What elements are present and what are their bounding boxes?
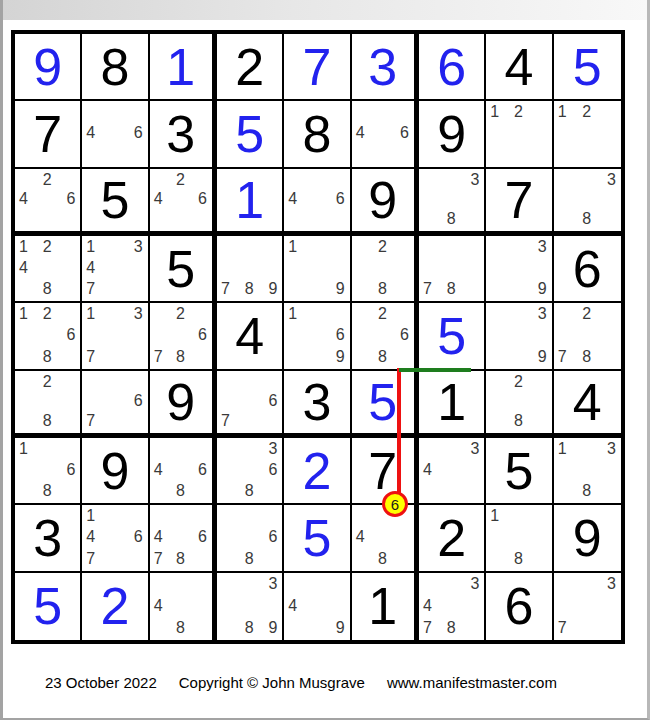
cell-r9c5[interactable]: 49 <box>284 573 351 640</box>
pencil-mark-2: 2 <box>43 374 52 390</box>
pencil-mark-8: 8 <box>245 551 254 567</box>
pencil-marks: 28 <box>19 374 75 429</box>
pencil-marks: 28 <box>356 239 409 297</box>
circled-candidate-digit: 6 <box>391 496 399 513</box>
cell-r9c2[interactable]: 2 <box>82 573 149 640</box>
pencil-mark-6: 6 <box>268 529 277 545</box>
digit: 7 <box>368 445 397 497</box>
pencil-marks: 34 <box>423 441 479 499</box>
pencil-mark-9: 9 <box>336 281 345 297</box>
pencil-marks: 137 <box>86 306 142 364</box>
cell-r5c7[interactable]: 5 <box>419 303 486 370</box>
cell-r4c5[interactable]: 19 <box>284 236 351 303</box>
caption-copyright: Copyright © John Musgrave <box>179 674 365 691</box>
pencil-mark-2: 2 <box>514 374 523 390</box>
pencil-mark-8: 8 <box>245 620 254 636</box>
cell-r8c2[interactable]: 1467 <box>82 505 149 572</box>
cell-r2c8[interactable]: 12 <box>486 101 553 168</box>
pencil-mark-6: 6 <box>66 191 75 207</box>
pencil-mark-1: 1 <box>558 441 567 457</box>
pencil-mark-2: 2 <box>378 239 387 255</box>
pencil-mark-1: 1 <box>490 508 499 524</box>
cell-r4c9[interactable]: 6 <box>554 236 621 303</box>
cell-r2c7[interactable]: 9 <box>419 101 486 168</box>
digit: 5 <box>166 243 195 295</box>
digit: 1 <box>368 580 397 632</box>
pencil-marks: 46 <box>356 104 409 162</box>
pencil-marks: 246 <box>19 172 75 227</box>
digit: 3 <box>166 108 195 160</box>
pencil-mark-4: 4 <box>86 529 95 545</box>
digit: 2 <box>101 580 130 632</box>
cell-r5c5[interactable]: 169 <box>284 303 351 370</box>
pencil-mark-3: 3 <box>470 441 479 457</box>
pencil-mark-2: 2 <box>43 239 52 255</box>
digit: 6 <box>437 41 466 93</box>
digit: 8 <box>303 108 332 160</box>
cell-r7c8[interactable]: 5 <box>486 438 553 505</box>
cell-r3c5[interactable]: 46 <box>284 169 351 236</box>
pencil-mark-9: 9 <box>268 620 277 636</box>
pencil-marks: 1248 <box>19 239 75 297</box>
pencil-marks: 39 <box>490 306 546 364</box>
pencil-mark-7: 7 <box>558 349 567 365</box>
caption-website[interactable]: www.manifestmaster.com <box>387 674 557 691</box>
cell-r1c2[interactable]: 8 <box>82 34 149 101</box>
digit: 5 <box>368 376 397 428</box>
cell-r8c4[interactable]: 68 <box>217 505 284 572</box>
pencil-marks: 38 <box>423 172 479 227</box>
cell-r4c3[interactable]: 5 <box>150 236 217 303</box>
cell-r8c1[interactable]: 3 <box>15 505 82 572</box>
cell-r2c5[interactable]: 8 <box>284 101 351 168</box>
pencil-mark-4: 4 <box>86 260 95 276</box>
cell-r4c2[interactable]: 1347 <box>82 236 149 303</box>
pencil-mark-8: 8 <box>514 551 523 567</box>
pencil-marks: 38 <box>558 172 616 227</box>
cell-r2c6[interactable]: 46 <box>352 101 419 168</box>
pencil-marks: 268 <box>356 306 409 364</box>
pencil-mark-6: 6 <box>268 393 277 409</box>
cell-r1c9[interactable]: 5 <box>554 34 621 101</box>
digit: 5 <box>101 174 130 226</box>
cell-r8c3[interactable]: 4678 <box>150 505 217 572</box>
pencil-marks: 48 <box>356 508 409 566</box>
digit: 1 <box>437 376 466 428</box>
pencil-mark-7: 7 <box>558 620 567 636</box>
cell-r8c6[interactable]: 48 <box>352 505 419 572</box>
pencil-mark-6: 6 <box>268 462 277 478</box>
cell-r3c8[interactable]: 7 <box>486 169 553 236</box>
pencil-marks: 18 <box>490 508 546 566</box>
window-top-band <box>3 0 647 20</box>
pencil-marks: 67 <box>221 374 277 429</box>
cell-r4c6[interactable]: 28 <box>352 236 419 303</box>
pencil-mark-7: 7 <box>86 413 95 429</box>
digit: 2 <box>303 445 332 497</box>
cell-r7c5[interactable]: 2 <box>284 438 351 505</box>
pencil-mark-2: 2 <box>43 172 52 188</box>
cell-r9c6[interactable]: 1 <box>352 573 419 640</box>
pencil-mark-2: 2 <box>176 172 185 188</box>
cell-r8c7[interactable]: 2 <box>419 505 486 572</box>
pencil-mark-3: 3 <box>134 306 143 322</box>
cell-r6c1[interactable]: 28 <box>15 371 82 438</box>
pencil-marks: 4678 <box>154 508 207 566</box>
digit: 5 <box>437 310 466 362</box>
pencil-mark-9: 9 <box>538 281 547 297</box>
digit: 4 <box>505 41 534 93</box>
cell-r6c7[interactable]: 1 <box>419 371 486 438</box>
pencil-marks: 368 <box>221 441 277 499</box>
pencil-mark-8: 8 <box>43 413 52 429</box>
pencil-marks: 1268 <box>19 306 75 364</box>
pencil-marks: 1467 <box>86 508 142 566</box>
pencil-mark-7: 7 <box>86 349 95 365</box>
pencil-mark-4: 4 <box>288 191 297 207</box>
digit: 1 <box>235 174 264 226</box>
cell-r9c7[interactable]: 3478 <box>419 573 486 640</box>
pencil-mark-6: 6 <box>134 393 143 409</box>
pencil-mark-2: 2 <box>582 306 591 322</box>
cell-r9c3[interactable]: 48 <box>150 573 217 640</box>
digit: 4 <box>235 310 264 362</box>
cell-r3c7[interactable]: 38 <box>419 169 486 236</box>
cell-r7c9[interactable]: 138 <box>554 438 621 505</box>
pencil-mark-6: 6 <box>336 327 345 343</box>
digit: 3 <box>33 512 62 564</box>
pencil-mark-8: 8 <box>245 281 254 297</box>
pencil-marks: 49 <box>288 576 344 636</box>
pencil-marks: 28 <box>490 374 546 429</box>
pencil-mark-8: 8 <box>378 349 387 365</box>
pencil-mark-3: 3 <box>607 172 616 188</box>
pencil-mark-9: 9 <box>336 349 345 365</box>
pencil-marks: 246 <box>154 172 207 227</box>
pencil-mark-6: 6 <box>400 125 409 141</box>
digit: 7 <box>303 41 332 93</box>
pencil-mark-6: 6 <box>336 191 345 207</box>
pencil-mark-7: 7 <box>423 281 432 297</box>
pencil-mark-8: 8 <box>43 281 52 297</box>
digit: 9 <box>437 108 466 160</box>
pencil-mark-3: 3 <box>538 306 547 322</box>
cell-r1c7[interactable]: 6 <box>419 34 486 101</box>
pencil-mark-2: 2 <box>176 306 185 322</box>
pencil-mark-8: 8 <box>582 211 591 227</box>
digit: 5 <box>33 580 62 632</box>
pencil-mark-8: 8 <box>582 483 591 499</box>
cell-r3c9[interactable]: 38 <box>554 169 621 236</box>
cell-r7c4[interactable]: 368 <box>217 438 284 505</box>
digit: 1 <box>166 41 195 93</box>
pencil-mark-1: 1 <box>288 306 297 322</box>
pencil-marks: 48 <box>154 576 207 636</box>
digit: 5 <box>235 108 264 160</box>
cell-r5c3[interactable]: 2678 <box>150 303 217 370</box>
pencil-mark-8: 8 <box>43 483 52 499</box>
pencil-mark-6: 6 <box>134 529 143 545</box>
cell-r9c1[interactable]: 5 <box>15 573 82 640</box>
cell-r9c9[interactable]: 37 <box>554 573 621 640</box>
cell-r4c7[interactable]: 78 <box>419 236 486 303</box>
pencil-mark-8: 8 <box>176 349 185 365</box>
cell-r7c1[interactable]: 168 <box>15 438 82 505</box>
pencil-mark-8: 8 <box>378 551 387 567</box>
pencil-mark-1: 1 <box>19 306 28 322</box>
pencil-marks: 468 <box>154 441 207 499</box>
pencil-marks: 1347 <box>86 239 142 297</box>
digit: 6 <box>573 243 602 295</box>
cell-r1c3[interactable]: 1 <box>150 34 217 101</box>
pencil-mark-6: 6 <box>198 327 207 343</box>
digit: 4 <box>573 376 602 428</box>
pencil-mark-7: 7 <box>86 551 95 567</box>
pencil-marks: 46 <box>288 172 344 227</box>
pencil-marks: 12 <box>490 104 546 162</box>
cell-r3c6[interactable]: 9 <box>352 169 419 236</box>
digit: 5 <box>303 512 332 564</box>
digit: 3 <box>303 376 332 428</box>
pencil-mark-1: 1 <box>490 104 499 120</box>
chain-line-red <box>397 368 401 494</box>
pencil-marks: 169 <box>288 306 344 364</box>
cell-r4c1[interactable]: 1248 <box>15 236 82 303</box>
caption-date: 23 October 2022 <box>45 674 157 691</box>
pencil-mark-8: 8 <box>43 349 52 365</box>
pencil-mark-4: 4 <box>154 598 163 614</box>
pencil-mark-3: 3 <box>134 239 143 255</box>
cell-r5c9[interactable]: 278 <box>554 303 621 370</box>
pencil-mark-4: 4 <box>288 598 297 614</box>
digit: 7 <box>505 174 534 226</box>
cell-r6c4[interactable]: 67 <box>217 371 284 438</box>
cell-r8c9[interactable]: 9 <box>554 505 621 572</box>
pencil-mark-6: 6 <box>198 462 207 478</box>
cell-r7c7[interactable]: 34 <box>419 438 486 505</box>
pencil-mark-8: 8 <box>447 620 456 636</box>
pencil-mark-6: 6 <box>134 125 143 141</box>
pencil-marks: 67 <box>86 374 142 429</box>
pencil-mark-8: 8 <box>176 620 185 636</box>
pencil-marks: 39 <box>490 239 546 297</box>
pencil-mark-9: 9 <box>538 349 547 365</box>
digit: 9 <box>33 41 62 93</box>
pencil-mark-2: 2 <box>43 306 52 322</box>
pencil-mark-6: 6 <box>66 462 75 478</box>
pencil-mark-1: 1 <box>288 239 297 255</box>
pencil-mark-4: 4 <box>19 260 28 276</box>
cell-r9c8[interactable]: 6 <box>486 573 553 640</box>
digit: 9 <box>368 174 397 226</box>
pencil-marks: 37 <box>558 576 616 636</box>
cell-r3c3[interactable]: 246 <box>150 169 217 236</box>
pencil-marks: 789 <box>221 239 277 297</box>
digit: 9 <box>573 512 602 564</box>
cell-r5c1[interactable]: 1268 <box>15 303 82 370</box>
pencil-marks: 3478 <box>423 576 479 636</box>
pencil-mark-9: 9 <box>268 281 277 297</box>
pencil-mark-8: 8 <box>582 349 591 365</box>
cell-r4c4[interactable]: 789 <box>217 236 284 303</box>
pencil-mark-1: 1 <box>86 306 95 322</box>
digit: 3 <box>368 41 397 93</box>
pencil-mark-8: 8 <box>447 281 456 297</box>
pencil-mark-8: 8 <box>378 281 387 297</box>
pencil-mark-4: 4 <box>356 125 365 141</box>
chain-line-green <box>399 368 471 372</box>
footer-caption: 23 October 2022 Copyright © John Musgrav… <box>45 674 557 691</box>
cell-r6c3[interactable]: 9 <box>150 371 217 438</box>
cell-r2c4[interactable]: 5 <box>217 101 284 168</box>
pencil-mark-1: 1 <box>558 104 567 120</box>
cell-r1c1[interactable]: 9 <box>15 34 82 101</box>
pencil-mark-1: 1 <box>19 239 28 255</box>
pencil-mark-2: 2 <box>582 104 591 120</box>
pencil-mark-1: 1 <box>19 441 28 457</box>
pencil-mark-3: 3 <box>470 172 479 188</box>
pencil-marks: 278 <box>558 306 616 364</box>
cell-r9c4[interactable]: 389 <box>217 573 284 640</box>
cell-r6c8[interactable]: 28 <box>486 371 553 438</box>
digit: 8 <box>101 41 130 93</box>
pencil-mark-8: 8 <box>245 483 254 499</box>
cell-r1c4[interactable]: 2 <box>217 34 284 101</box>
cell-r7c3[interactable]: 468 <box>150 438 217 505</box>
pencil-mark-4: 4 <box>86 125 95 141</box>
cell-r2c1[interactable]: 7 <box>15 101 82 168</box>
pencil-mark-1: 1 <box>86 239 95 255</box>
pencil-mark-7: 7 <box>221 281 230 297</box>
cell-r3c4[interactable]: 1 <box>217 169 284 236</box>
pencil-mark-7: 7 <box>221 413 230 429</box>
cell-r5c6[interactable]: 268 <box>352 303 419 370</box>
pencil-mark-6: 6 <box>66 327 75 343</box>
digit: 9 <box>166 376 195 428</box>
sudoku-board: 9812736457463584691212246524614693873812… <box>11 30 625 644</box>
cell-r2c2[interactable]: 46 <box>82 101 149 168</box>
pencil-marks: 2678 <box>154 306 207 364</box>
digit: 2 <box>235 41 264 93</box>
pencil-mark-3: 3 <box>607 576 616 592</box>
pencil-mark-7: 7 <box>423 620 432 636</box>
pencil-mark-4: 4 <box>423 462 432 478</box>
cell-r3c2[interactable]: 5 <box>82 169 149 236</box>
pencil-mark-3: 3 <box>268 576 277 592</box>
cell-r4c8[interactable]: 39 <box>486 236 553 303</box>
pencil-mark-6: 6 <box>198 529 207 545</box>
pencil-marks: 168 <box>19 441 75 499</box>
pencil-mark-7: 7 <box>154 551 163 567</box>
pencil-mark-4: 4 <box>154 191 163 207</box>
pencil-mark-4: 4 <box>356 529 365 545</box>
cell-r6c9[interactable]: 4 <box>554 371 621 438</box>
cell-r5c4[interactable]: 4 <box>217 303 284 370</box>
cell-r1c5[interactable]: 7 <box>284 34 351 101</box>
cell-r7c2[interactable]: 9 <box>82 438 149 505</box>
pencil-marks: 19 <box>288 239 344 297</box>
pencil-mark-2: 2 <box>514 104 523 120</box>
pencil-mark-3: 3 <box>538 239 547 255</box>
cell-r6c2[interactable]: 67 <box>82 371 149 438</box>
app-window: 9812736457463584691212246524614693873812… <box>0 0 650 720</box>
pencil-mark-8: 8 <box>176 551 185 567</box>
cell-r6c6[interactable]: 5 <box>352 371 419 438</box>
pencil-mark-6: 6 <box>400 327 409 343</box>
cell-r1c8[interactable]: 4 <box>486 34 553 101</box>
pencil-mark-7: 7 <box>154 349 163 365</box>
pencil-mark-4: 4 <box>423 598 432 614</box>
cell-r8c5[interactable]: 5 <box>284 505 351 572</box>
pencil-marks: 389 <box>221 576 277 636</box>
pencil-mark-7: 7 <box>86 281 95 297</box>
digit: 9 <box>101 445 130 497</box>
digit: 7 <box>33 108 62 160</box>
cell-r1c6[interactable]: 3 <box>352 34 419 101</box>
cell-r2c3[interactable]: 3 <box>150 101 217 168</box>
pencil-mark-8: 8 <box>447 211 456 227</box>
pencil-mark-4: 4 <box>19 191 28 207</box>
digit: 2 <box>437 512 466 564</box>
pencil-marks: 78 <box>423 239 479 297</box>
circled-candidate-6: 6 <box>382 491 408 517</box>
digit: 5 <box>573 41 602 93</box>
cell-r8c8[interactable]: 18 <box>486 505 553 572</box>
cell-r3c1[interactable]: 246 <box>15 169 82 236</box>
pencil-mark-1: 1 <box>86 508 95 524</box>
digit: 6 <box>505 580 534 632</box>
pencil-mark-3: 3 <box>470 576 479 592</box>
cell-r5c8[interactable]: 39 <box>486 303 553 370</box>
pencil-marks: 46 <box>86 104 142 162</box>
pencil-mark-6: 6 <box>198 191 207 207</box>
pencil-mark-8: 8 <box>514 413 523 429</box>
cell-r2c9[interactable]: 12 <box>554 101 621 168</box>
pencil-mark-3: 3 <box>607 441 616 457</box>
pencil-marks: 138 <box>558 441 616 499</box>
digit: 5 <box>505 445 534 497</box>
pencil-mark-2: 2 <box>378 306 387 322</box>
pencil-marks: 68 <box>221 508 277 566</box>
cell-r6c5[interactable]: 3 <box>284 371 351 438</box>
pencil-mark-3: 3 <box>268 441 277 457</box>
cell-r5c2[interactable]: 137 <box>82 303 149 370</box>
pencil-mark-4: 4 <box>154 529 163 545</box>
pencil-marks: 12 <box>558 104 616 162</box>
pencil-mark-8: 8 <box>176 483 185 499</box>
pencil-mark-9: 9 <box>336 620 345 636</box>
pencil-mark-4: 4 <box>154 462 163 478</box>
